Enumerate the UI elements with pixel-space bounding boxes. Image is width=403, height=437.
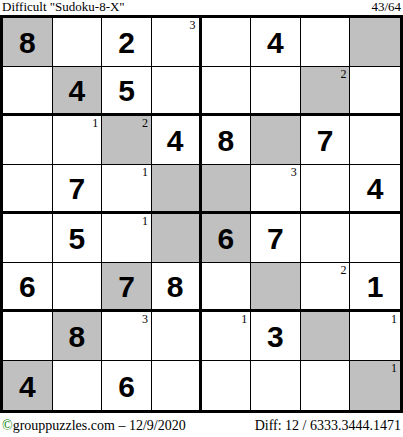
cell-r3c5[interactable]: 3 xyxy=(251,165,301,214)
cell-r5c6[interactable]: 2 xyxy=(301,263,351,312)
given-digit: 8 xyxy=(19,28,36,58)
cell-r0c5[interactable]: 4 xyxy=(251,18,301,67)
given-digit: 5 xyxy=(118,76,135,106)
pencil-mark: 1 xyxy=(391,312,397,326)
given-digit: 8 xyxy=(217,126,234,156)
given-digit: 1 xyxy=(367,272,384,302)
cell-r0c4[interactable] xyxy=(202,18,252,67)
cell-r5c4[interactable] xyxy=(202,263,252,312)
cell-r1c1[interactable]: 4 xyxy=(53,67,103,116)
cell-r6c0[interactable] xyxy=(3,312,53,361)
cell-r5c2[interactable]: 7 xyxy=(102,263,152,312)
cell-r0c1[interactable] xyxy=(53,18,103,67)
cell-r7c5[interactable] xyxy=(251,361,301,410)
cell-r5c7[interactable]: 1 xyxy=(350,263,400,312)
cell-r3c3[interactable] xyxy=(152,165,202,214)
cell-r6c6[interactable] xyxy=(301,312,351,361)
cell-r4c1[interactable]: 5 xyxy=(53,214,103,263)
cell-r4c3[interactable] xyxy=(152,214,202,263)
pencil-mark: 1 xyxy=(142,214,148,228)
given-digit: 6 xyxy=(118,372,135,402)
cell-r3c7[interactable]: 4 xyxy=(350,165,400,214)
cell-r6c1[interactable]: 8 xyxy=(53,312,103,361)
cell-r3c4[interactable] xyxy=(202,165,252,214)
cell-r4c4[interactable]: 6 xyxy=(202,214,252,263)
site-date-text: grouppuzzles.com – 12/9/2020 xyxy=(13,418,186,433)
cell-r1c2[interactable]: 5 xyxy=(102,67,152,116)
given-digit: 4 xyxy=(367,174,384,204)
cell-r0c0[interactable]: 8 xyxy=(3,18,53,67)
cell-r5c0[interactable]: 6 xyxy=(3,263,53,312)
cell-r7c6[interactable] xyxy=(301,361,351,410)
pencil-mark: 2 xyxy=(340,263,346,277)
cell-r0c3[interactable]: 3 xyxy=(152,18,202,67)
cell-r7c1[interactable] xyxy=(53,361,103,410)
given-digit: 7 xyxy=(118,272,135,302)
cell-r6c7[interactable]: 1 xyxy=(350,312,400,361)
cell-r6c4[interactable]: 1 xyxy=(202,312,252,361)
cell-r3c0[interactable] xyxy=(3,165,53,214)
cell-r7c7[interactable]: 1 xyxy=(350,361,400,410)
cell-r2c6[interactable]: 7 xyxy=(301,116,351,165)
cell-r4c6[interactable] xyxy=(301,214,351,263)
cell-r5c1[interactable] xyxy=(53,263,103,312)
given-digit: 7 xyxy=(69,174,86,204)
pencil-mark: 2 xyxy=(340,67,346,81)
cell-r0c6[interactable] xyxy=(301,18,351,67)
pencil-mark: 3 xyxy=(190,18,196,32)
cell-r3c2[interactable]: 1 xyxy=(102,165,152,214)
footer: ©grouppuzzles.com – 12/9/2020 Diff: 12 /… xyxy=(0,416,403,434)
cell-r2c4[interactable]: 8 xyxy=(202,116,252,165)
given-digit: 4 xyxy=(19,372,36,402)
given-digit: 4 xyxy=(267,28,284,58)
cell-r1c3[interactable] xyxy=(152,67,202,116)
cell-r2c5[interactable] xyxy=(251,116,301,165)
cell-r1c0[interactable] xyxy=(3,67,53,116)
cell-r0c7[interactable] xyxy=(350,18,400,67)
pencil-mark: 2 xyxy=(142,116,148,130)
cell-r4c7[interactable] xyxy=(350,214,400,263)
cell-r7c4[interactable] xyxy=(202,361,252,410)
cell-r5c5[interactable] xyxy=(251,263,301,312)
pencil-mark: 3 xyxy=(291,165,297,179)
given-digit: 3 xyxy=(267,322,284,352)
cell-r1c7[interactable] xyxy=(350,67,400,116)
sudoku-board: 823445212487713451676782183131461 xyxy=(0,15,403,413)
cell-r1c5[interactable] xyxy=(251,67,301,116)
header: Difficult "Sudoku-8-X" 43/64 xyxy=(0,0,403,15)
cell-r6c5[interactable]: 3 xyxy=(251,312,301,361)
cell-r1c4[interactable] xyxy=(202,67,252,116)
cell-r2c3[interactable]: 4 xyxy=(152,116,202,165)
pencil-mark: 3 xyxy=(142,312,148,326)
puzzle-title: Difficult "Sudoku-8-X" xyxy=(2,0,125,14)
cell-r7c2[interactable]: 6 xyxy=(102,361,152,410)
cell-r4c5[interactable]: 7 xyxy=(251,214,301,263)
given-digit: 2 xyxy=(118,28,135,58)
pencil-mark: 1 xyxy=(391,361,397,375)
cell-r2c0[interactable] xyxy=(3,116,53,165)
cell-r5c3[interactable]: 8 xyxy=(152,263,202,312)
cell-r4c0[interactable] xyxy=(3,214,53,263)
cell-r3c6[interactable] xyxy=(301,165,351,214)
cell-r2c2[interactable]: 2 xyxy=(102,116,152,165)
cell-r6c3[interactable] xyxy=(152,312,202,361)
given-digit: 8 xyxy=(167,272,184,302)
cell-r7c3[interactable] xyxy=(152,361,202,410)
difficulty-text: Diff: 12 / 6333.3444.1471 xyxy=(255,418,401,434)
given-digit: 4 xyxy=(167,126,184,156)
given-digit: 6 xyxy=(19,272,36,302)
pencil-mark: 1 xyxy=(142,165,148,179)
given-digit: 7 xyxy=(267,224,284,254)
given-digit: 4 xyxy=(69,76,86,106)
cell-r0c2[interactable]: 2 xyxy=(102,18,152,67)
cell-r3c1[interactable]: 7 xyxy=(53,165,103,214)
puzzle-progress: 43/64 xyxy=(371,0,401,14)
given-digit: 7 xyxy=(317,126,334,156)
cell-r7c0[interactable]: 4 xyxy=(3,361,53,410)
given-digit: 5 xyxy=(69,224,86,254)
cell-r1c6[interactable]: 2 xyxy=(301,67,351,116)
copyright-icon: © xyxy=(2,418,13,433)
pencil-mark: 1 xyxy=(241,312,247,326)
cell-r6c2[interactable]: 3 xyxy=(102,312,152,361)
cell-r2c7[interactable] xyxy=(350,116,400,165)
given-digit: 8 xyxy=(69,322,86,352)
copyright-line: ©grouppuzzles.com – 12/9/2020 xyxy=(2,418,186,434)
given-digit: 6 xyxy=(217,224,234,254)
cell-r4c2[interactable]: 1 xyxy=(102,214,152,263)
pencil-mark: 1 xyxy=(92,116,98,130)
cell-r2c1[interactable]: 1 xyxy=(53,116,103,165)
